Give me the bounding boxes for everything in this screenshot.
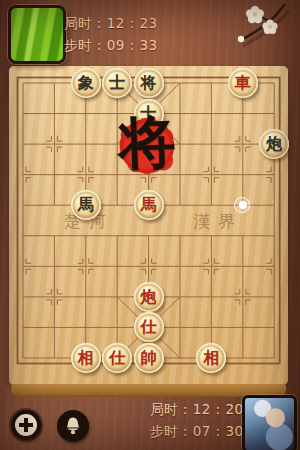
plum-blossom-icon — [225, 1, 297, 59]
opponent-game-time: 局时 : 12 : 23 — [64, 12, 158, 34]
player-avatar[interactable] — [242, 395, 297, 450]
last-move-marker — [239, 201, 247, 209]
player-game-time: 局时 : 12 : 20 — [150, 398, 244, 420]
piece-red-仕[interactable]: 仕 — [134, 312, 164, 342]
piece-black-士[interactable]: 士 — [102, 68, 132, 98]
piece-red-馬[interactable]: 馬 — [134, 190, 164, 220]
opponent-avatar[interactable] — [8, 5, 66, 64]
bell-button[interactable] — [57, 410, 89, 442]
piece-black-馬[interactable]: 馬 — [71, 190, 101, 220]
opponent-move-time: 步时 : 09 : 33 — [64, 34, 158, 56]
piece-red-炮[interactable]: 炮 — [134, 282, 164, 312]
piece-red-相[interactable]: 相 — [71, 343, 101, 373]
xiangqi-game-screen: 局时 : 12 : 23 步时 : 09 : 33 楚河 漢界 象士将車士炮馬馬… — [0, 0, 300, 450]
piece-red-車[interactable]: 車 — [228, 68, 258, 98]
check-seal-glyph: 将 — [107, 100, 188, 187]
piece-black-将[interactable]: 将 — [134, 68, 164, 98]
player-timers: 局时 : 12 : 20 步时 : 07 : 30 — [150, 398, 244, 442]
piece-red-帥[interactable]: 帥 — [134, 343, 164, 373]
opponent-timers: 局时 : 12 : 23 步时 : 09 : 33 — [64, 12, 158, 56]
piece-red-仕[interactable]: 仕 — [102, 343, 132, 373]
piece-black-象[interactable]: 象 — [71, 68, 101, 98]
check-seal: 将 — [108, 107, 186, 185]
player-move-time: 步时 : 07 : 30 — [150, 420, 244, 442]
plus-button[interactable] — [11, 410, 41, 440]
